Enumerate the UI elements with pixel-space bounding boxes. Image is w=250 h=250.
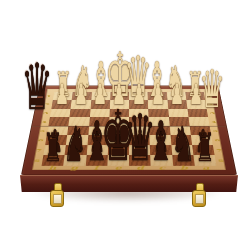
brass-clasp-left — [50, 183, 64, 207]
rank-label-8: 8 — [216, 155, 227, 166]
piece-dark-n-b8[interactable]: ♞ — [171, 120, 195, 169]
rank-label-7: 7 — [214, 145, 224, 155]
rank-label-8: 8 — [32, 155, 43, 166]
piece-light-p-b2[interactable]: ♟ — [170, 81, 184, 110]
extra-light-queen[interactable]: ♛ — [199, 63, 225, 115]
brass-clasp-right — [192, 183, 206, 207]
piece-dark-r-a8[interactable]: ♜ — [195, 129, 214, 168]
piece-dark-r-h8[interactable]: ♜ — [44, 129, 63, 168]
clasp-panel — [53, 194, 62, 204]
clasp-panel — [195, 194, 204, 204]
extra-dark-queen[interactable]: ♛ — [21, 55, 53, 119]
piece-light-p-h2[interactable]: ♟ — [55, 81, 69, 110]
chess-set-photo: hgfedcba 12345678 12345678 ♜♞♝♚♛♝♞♜♟♟♟♟♟… — [0, 0, 250, 250]
piece-light-p-g2[interactable]: ♟ — [74, 81, 88, 110]
